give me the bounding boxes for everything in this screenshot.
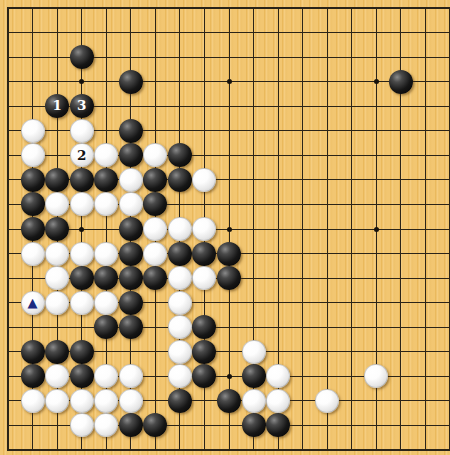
go-board[interactable]: 132▲ <box>0 0 450 455</box>
white-stone <box>94 242 118 266</box>
white-stone <box>45 389 69 413</box>
white-stone <box>70 413 94 437</box>
white-stone <box>94 143 118 167</box>
black-stone <box>143 266 167 290</box>
white-stone <box>94 389 118 413</box>
white-stone <box>70 389 94 413</box>
white-stone <box>45 192 69 216</box>
black-stone <box>266 413 290 437</box>
white-stone <box>168 217 192 241</box>
black-stone <box>143 192 167 216</box>
star-point <box>374 227 379 232</box>
grid-line-horizontal <box>7 449 450 451</box>
white-stone <box>45 266 69 290</box>
white-stone <box>119 364 143 388</box>
white-stone <box>94 192 118 216</box>
black-stone <box>119 266 143 290</box>
white-stone <box>168 315 192 339</box>
black-stone: 3 <box>70 94 94 118</box>
white-stone <box>70 242 94 266</box>
black-stone <box>21 168 45 192</box>
black-stone <box>21 364 45 388</box>
black-stone <box>217 266 241 290</box>
move-number-label: 3 <box>77 99 86 113</box>
star-point <box>79 227 84 232</box>
white-stone <box>242 340 266 364</box>
white-stone <box>192 266 216 290</box>
black-stone <box>217 389 241 413</box>
white-stone <box>45 242 69 266</box>
black-stone <box>70 340 94 364</box>
star-point <box>374 79 379 84</box>
black-stone <box>192 242 216 266</box>
black-stone <box>21 340 45 364</box>
white-stone <box>266 364 290 388</box>
black-stone <box>21 192 45 216</box>
grid-line-horizontal <box>7 327 450 328</box>
black-stone <box>70 45 94 69</box>
star-point <box>227 79 232 84</box>
black-stone <box>70 364 94 388</box>
black-stone <box>70 168 94 192</box>
white-stone <box>143 217 167 241</box>
white-stone <box>70 291 94 315</box>
black-stone <box>192 364 216 388</box>
white-stone <box>168 291 192 315</box>
black-stone <box>119 119 143 143</box>
black-stone <box>242 413 266 437</box>
white-stone: ▲ <box>21 291 45 315</box>
black-stone <box>94 315 118 339</box>
black-stone <box>119 413 143 437</box>
white-stone <box>45 364 69 388</box>
black-stone <box>21 217 45 241</box>
grid-line-vertical <box>351 7 352 451</box>
white-stone <box>45 291 69 315</box>
white-stone <box>70 119 94 143</box>
black-stone <box>168 242 192 266</box>
grid-line-vertical <box>327 7 328 451</box>
white-stone <box>168 364 192 388</box>
black-stone <box>119 143 143 167</box>
black-stone: 1 <box>45 94 69 118</box>
white-stone: 2 <box>70 143 94 167</box>
white-stone <box>143 242 167 266</box>
white-stone <box>364 364 388 388</box>
white-stone <box>94 291 118 315</box>
black-stone <box>94 168 118 192</box>
black-stone <box>168 168 192 192</box>
white-stone <box>192 217 216 241</box>
grid-line-vertical <box>302 7 303 451</box>
white-stone <box>168 266 192 290</box>
black-stone <box>143 168 167 192</box>
white-stone <box>21 389 45 413</box>
black-stone <box>119 291 143 315</box>
black-stone <box>119 70 143 94</box>
white-stone <box>168 340 192 364</box>
black-stone <box>192 315 216 339</box>
grid-line-vertical <box>425 7 426 451</box>
white-stone <box>21 143 45 167</box>
star-point <box>79 79 84 84</box>
white-stone <box>119 168 143 192</box>
black-stone <box>143 413 167 437</box>
white-stone <box>119 192 143 216</box>
black-stone <box>389 70 413 94</box>
white-stone <box>70 192 94 216</box>
black-stone <box>45 217 69 241</box>
triangle-marker: ▲ <box>28 296 38 309</box>
white-stone <box>21 119 45 143</box>
white-stone <box>94 364 118 388</box>
black-stone <box>45 168 69 192</box>
black-stone <box>242 364 266 388</box>
star-point <box>227 374 232 379</box>
black-stone <box>119 217 143 241</box>
move-number-label: 1 <box>52 99 61 113</box>
white-stone <box>242 389 266 413</box>
black-stone <box>192 340 216 364</box>
move-number-label: 2 <box>77 149 86 163</box>
black-stone <box>168 143 192 167</box>
black-stone <box>70 266 94 290</box>
white-stone <box>119 389 143 413</box>
black-stone <box>217 242 241 266</box>
black-stone <box>94 266 118 290</box>
black-stone <box>119 242 143 266</box>
white-stone <box>21 242 45 266</box>
white-stone <box>266 389 290 413</box>
white-stone <box>315 389 339 413</box>
black-stone <box>45 340 69 364</box>
white-stone <box>94 413 118 437</box>
star-point <box>227 227 232 232</box>
black-stone <box>168 389 192 413</box>
black-stone <box>119 315 143 339</box>
white-stone <box>192 168 216 192</box>
white-stone <box>143 143 167 167</box>
